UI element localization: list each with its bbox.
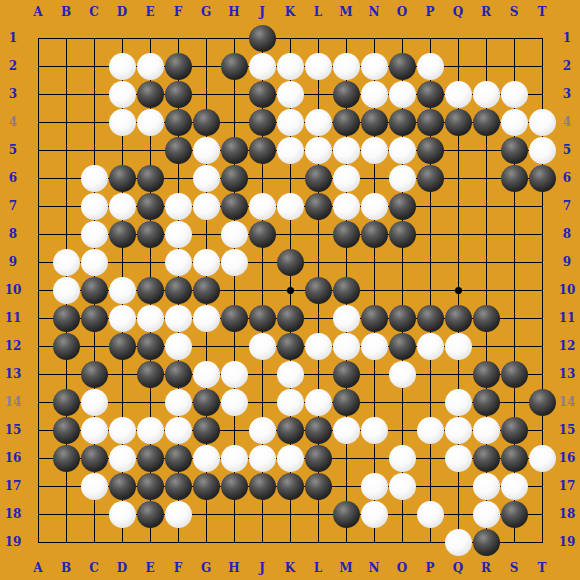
cell-L18[interactable] (304, 500, 332, 528)
cell-K2[interactable] (276, 52, 304, 80)
cell-A2[interactable] (24, 52, 52, 80)
cell-Q18[interactable] (444, 500, 472, 528)
cell-Q1[interactable] (444, 24, 472, 52)
cell-P10[interactable] (416, 276, 444, 304)
cell-L13[interactable] (304, 360, 332, 388)
cell-R9[interactable] (472, 248, 500, 276)
cell-H19[interactable] (220, 528, 248, 556)
cell-J17[interactable] (248, 472, 276, 500)
cell-C5[interactable] (80, 136, 108, 164)
cell-M18[interactable] (332, 500, 360, 528)
cell-B3[interactable] (52, 80, 80, 108)
cell-J19[interactable] (248, 528, 276, 556)
cell-Q17[interactable] (444, 472, 472, 500)
cell-T5[interactable] (528, 136, 556, 164)
cell-K4[interactable] (276, 108, 304, 136)
cell-S11[interactable] (500, 304, 528, 332)
cell-C2[interactable] (80, 52, 108, 80)
cell-D3[interactable] (108, 80, 136, 108)
cell-P5[interactable] (416, 136, 444, 164)
cell-R7[interactable] (472, 192, 500, 220)
cell-Q14[interactable] (444, 388, 472, 416)
cell-Q15[interactable] (444, 416, 472, 444)
cell-B19[interactable] (52, 528, 80, 556)
cell-C12[interactable] (80, 332, 108, 360)
cell-L14[interactable] (304, 388, 332, 416)
cell-J11[interactable] (248, 304, 276, 332)
cell-O6[interactable] (388, 164, 416, 192)
cell-A11[interactable] (24, 304, 52, 332)
cell-T7[interactable] (528, 192, 556, 220)
cell-S15[interactable] (500, 416, 528, 444)
cell-N9[interactable] (360, 248, 388, 276)
cell-R4[interactable] (472, 108, 500, 136)
cell-E5[interactable] (136, 136, 164, 164)
cell-D12[interactable] (108, 332, 136, 360)
cell-G13[interactable] (192, 360, 220, 388)
cell-M14[interactable] (332, 388, 360, 416)
cell-P7[interactable] (416, 192, 444, 220)
cell-O5[interactable] (388, 136, 416, 164)
cell-H8[interactable] (220, 220, 248, 248)
cell-O17[interactable] (388, 472, 416, 500)
cell-G10[interactable] (192, 276, 220, 304)
cell-N19[interactable] (360, 528, 388, 556)
cell-E14[interactable] (136, 388, 164, 416)
cell-R6[interactable] (472, 164, 500, 192)
cell-C18[interactable] (80, 500, 108, 528)
cell-J5[interactable] (248, 136, 276, 164)
cell-J9[interactable] (248, 248, 276, 276)
cell-S19[interactable] (500, 528, 528, 556)
cell-J3[interactable] (248, 80, 276, 108)
cell-F11[interactable] (164, 304, 192, 332)
cell-A6[interactable] (24, 164, 52, 192)
cell-C4[interactable] (80, 108, 108, 136)
cell-H17[interactable] (220, 472, 248, 500)
cell-O10[interactable] (388, 276, 416, 304)
cell-E17[interactable] (136, 472, 164, 500)
cell-M13[interactable] (332, 360, 360, 388)
cell-E18[interactable] (136, 500, 164, 528)
cell-P19[interactable] (416, 528, 444, 556)
cell-N4[interactable] (360, 108, 388, 136)
cell-M7[interactable] (332, 192, 360, 220)
cell-E9[interactable] (136, 248, 164, 276)
cell-Q6[interactable] (444, 164, 472, 192)
cell-A19[interactable] (24, 528, 52, 556)
cell-C6[interactable] (80, 164, 108, 192)
cell-J4[interactable] (248, 108, 276, 136)
cell-H11[interactable] (220, 304, 248, 332)
cell-K3[interactable] (276, 80, 304, 108)
cell-K13[interactable] (276, 360, 304, 388)
cell-L5[interactable] (304, 136, 332, 164)
cell-S9[interactable] (500, 248, 528, 276)
cell-M10[interactable] (332, 276, 360, 304)
cell-T1[interactable] (528, 24, 556, 52)
cell-G7[interactable] (192, 192, 220, 220)
cell-C15[interactable] (80, 416, 108, 444)
cell-S7[interactable] (500, 192, 528, 220)
cell-Q5[interactable] (444, 136, 472, 164)
cell-F19[interactable] (164, 528, 192, 556)
cell-T18[interactable] (528, 500, 556, 528)
cell-G16[interactable] (192, 444, 220, 472)
cell-T9[interactable] (528, 248, 556, 276)
cell-K10[interactable] (276, 276, 304, 304)
cell-J10[interactable] (248, 276, 276, 304)
cell-B17[interactable] (52, 472, 80, 500)
cell-P8[interactable] (416, 220, 444, 248)
cell-F1[interactable] (164, 24, 192, 52)
cell-J6[interactable] (248, 164, 276, 192)
cell-F8[interactable] (164, 220, 192, 248)
cell-P13[interactable] (416, 360, 444, 388)
cell-A7[interactable] (24, 192, 52, 220)
cell-T6[interactable] (528, 164, 556, 192)
cell-P6[interactable] (416, 164, 444, 192)
cell-J18[interactable] (248, 500, 276, 528)
cell-K5[interactable] (276, 136, 304, 164)
cell-O3[interactable] (388, 80, 416, 108)
cell-C13[interactable] (80, 360, 108, 388)
cell-T10[interactable] (528, 276, 556, 304)
cell-K17[interactable] (276, 472, 304, 500)
cell-R14[interactable] (472, 388, 500, 416)
cell-E8[interactable] (136, 220, 164, 248)
cell-C16[interactable] (80, 444, 108, 472)
cell-L4[interactable] (304, 108, 332, 136)
cell-O13[interactable] (388, 360, 416, 388)
cell-E4[interactable] (136, 108, 164, 136)
cell-F13[interactable] (164, 360, 192, 388)
cell-N1[interactable] (360, 24, 388, 52)
cell-S8[interactable] (500, 220, 528, 248)
cell-P17[interactable] (416, 472, 444, 500)
cell-K19[interactable] (276, 528, 304, 556)
cell-M16[interactable] (332, 444, 360, 472)
cell-R8[interactable] (472, 220, 500, 248)
cell-T12[interactable] (528, 332, 556, 360)
cell-G2[interactable] (192, 52, 220, 80)
cell-H18[interactable] (220, 500, 248, 528)
cell-R11[interactable] (472, 304, 500, 332)
cell-C17[interactable] (80, 472, 108, 500)
cell-T4[interactable] (528, 108, 556, 136)
cell-C14[interactable] (80, 388, 108, 416)
cell-B13[interactable] (52, 360, 80, 388)
cell-E13[interactable] (136, 360, 164, 388)
cell-E2[interactable] (136, 52, 164, 80)
cell-E11[interactable] (136, 304, 164, 332)
cell-L15[interactable] (304, 416, 332, 444)
cell-F15[interactable] (164, 416, 192, 444)
cell-G3[interactable] (192, 80, 220, 108)
cell-C7[interactable] (80, 192, 108, 220)
cell-T11[interactable] (528, 304, 556, 332)
cell-K6[interactable] (276, 164, 304, 192)
cell-O16[interactable] (388, 444, 416, 472)
cell-J16[interactable] (248, 444, 276, 472)
cell-F7[interactable] (164, 192, 192, 220)
cell-K14[interactable] (276, 388, 304, 416)
cell-L10[interactable] (304, 276, 332, 304)
cell-G19[interactable] (192, 528, 220, 556)
cell-F2[interactable] (164, 52, 192, 80)
cell-J1[interactable] (248, 24, 276, 52)
cell-P15[interactable] (416, 416, 444, 444)
cell-P9[interactable] (416, 248, 444, 276)
cell-T13[interactable] (528, 360, 556, 388)
cell-G18[interactable] (192, 500, 220, 528)
cell-M19[interactable] (332, 528, 360, 556)
cell-J15[interactable] (248, 416, 276, 444)
cell-T3[interactable] (528, 80, 556, 108)
cell-S14[interactable] (500, 388, 528, 416)
cell-Q7[interactable] (444, 192, 472, 220)
cell-P4[interactable] (416, 108, 444, 136)
cell-R18[interactable] (472, 500, 500, 528)
cell-R13[interactable] (472, 360, 500, 388)
cell-S16[interactable] (500, 444, 528, 472)
cell-D19[interactable] (108, 528, 136, 556)
cell-L1[interactable] (304, 24, 332, 52)
cell-A5[interactable] (24, 136, 52, 164)
cell-H14[interactable] (220, 388, 248, 416)
cell-O1[interactable] (388, 24, 416, 52)
cell-C3[interactable] (80, 80, 108, 108)
cell-J8[interactable] (248, 220, 276, 248)
cell-Q2[interactable] (444, 52, 472, 80)
cell-N3[interactable] (360, 80, 388, 108)
cell-K7[interactable] (276, 192, 304, 220)
cell-F16[interactable] (164, 444, 192, 472)
cell-E19[interactable] (136, 528, 164, 556)
cell-D17[interactable] (108, 472, 136, 500)
cell-D2[interactable] (108, 52, 136, 80)
cell-B8[interactable] (52, 220, 80, 248)
cell-D14[interactable] (108, 388, 136, 416)
cell-K8[interactable] (276, 220, 304, 248)
cell-Q8[interactable] (444, 220, 472, 248)
cell-N12[interactable] (360, 332, 388, 360)
cell-O2[interactable] (388, 52, 416, 80)
cell-K15[interactable] (276, 416, 304, 444)
cell-R1[interactable] (472, 24, 500, 52)
cell-P14[interactable] (416, 388, 444, 416)
cell-G15[interactable] (192, 416, 220, 444)
cell-K18[interactable] (276, 500, 304, 528)
cell-O7[interactable] (388, 192, 416, 220)
cell-A13[interactable] (24, 360, 52, 388)
cell-O4[interactable] (388, 108, 416, 136)
cell-A1[interactable] (24, 24, 52, 52)
cell-D7[interactable] (108, 192, 136, 220)
cell-S13[interactable] (500, 360, 528, 388)
cell-S6[interactable] (500, 164, 528, 192)
cell-L8[interactable] (304, 220, 332, 248)
cell-L2[interactable] (304, 52, 332, 80)
cell-E6[interactable] (136, 164, 164, 192)
cell-T19[interactable] (528, 528, 556, 556)
cell-A16[interactable] (24, 444, 52, 472)
cell-G8[interactable] (192, 220, 220, 248)
cell-N17[interactable] (360, 472, 388, 500)
cell-L12[interactable] (304, 332, 332, 360)
cell-M12[interactable] (332, 332, 360, 360)
cell-P12[interactable] (416, 332, 444, 360)
cell-F10[interactable] (164, 276, 192, 304)
cell-E1[interactable] (136, 24, 164, 52)
cell-O12[interactable] (388, 332, 416, 360)
cell-A14[interactable] (24, 388, 52, 416)
cell-N18[interactable] (360, 500, 388, 528)
cell-M6[interactable] (332, 164, 360, 192)
cell-P1[interactable] (416, 24, 444, 52)
cell-D16[interactable] (108, 444, 136, 472)
cell-G5[interactable] (192, 136, 220, 164)
cell-T17[interactable] (528, 472, 556, 500)
cell-A9[interactable] (24, 248, 52, 276)
cell-R2[interactable] (472, 52, 500, 80)
cell-P2[interactable] (416, 52, 444, 80)
cell-R15[interactable] (472, 416, 500, 444)
cell-A15[interactable] (24, 416, 52, 444)
cell-H12[interactable] (220, 332, 248, 360)
cell-M15[interactable] (332, 416, 360, 444)
cell-M9[interactable] (332, 248, 360, 276)
cell-G14[interactable] (192, 388, 220, 416)
cell-M8[interactable] (332, 220, 360, 248)
cell-B11[interactable] (52, 304, 80, 332)
cell-H6[interactable] (220, 164, 248, 192)
cell-K9[interactable] (276, 248, 304, 276)
cell-C11[interactable] (80, 304, 108, 332)
cell-A4[interactable] (24, 108, 52, 136)
cell-B1[interactable] (52, 24, 80, 52)
cell-Q3[interactable] (444, 80, 472, 108)
cell-Q11[interactable] (444, 304, 472, 332)
cell-L19[interactable] (304, 528, 332, 556)
cell-O19[interactable] (388, 528, 416, 556)
cell-G17[interactable] (192, 472, 220, 500)
cell-T14[interactable] (528, 388, 556, 416)
cell-G12[interactable] (192, 332, 220, 360)
cell-D1[interactable] (108, 24, 136, 52)
cell-B4[interactable] (52, 108, 80, 136)
cell-S12[interactable] (500, 332, 528, 360)
cell-K16[interactable] (276, 444, 304, 472)
cell-R19[interactable] (472, 528, 500, 556)
cell-T8[interactable] (528, 220, 556, 248)
cell-P18[interactable] (416, 500, 444, 528)
cell-B6[interactable] (52, 164, 80, 192)
cell-A3[interactable] (24, 80, 52, 108)
cell-T2[interactable] (528, 52, 556, 80)
cell-C1[interactable] (80, 24, 108, 52)
cell-B16[interactable] (52, 444, 80, 472)
cell-F3[interactable] (164, 80, 192, 108)
cell-O15[interactable] (388, 416, 416, 444)
cell-Q4[interactable] (444, 108, 472, 136)
cell-F5[interactable] (164, 136, 192, 164)
cell-H10[interactable] (220, 276, 248, 304)
cell-J13[interactable] (248, 360, 276, 388)
cell-L16[interactable] (304, 444, 332, 472)
cell-D13[interactable] (108, 360, 136, 388)
cell-Q19[interactable] (444, 528, 472, 556)
cell-A17[interactable] (24, 472, 52, 500)
cell-M5[interactable] (332, 136, 360, 164)
cell-Q16[interactable] (444, 444, 472, 472)
cell-A18[interactable] (24, 500, 52, 528)
cell-O14[interactable] (388, 388, 416, 416)
cell-C8[interactable] (80, 220, 108, 248)
cell-S5[interactable] (500, 136, 528, 164)
cell-E12[interactable] (136, 332, 164, 360)
cell-S17[interactable] (500, 472, 528, 500)
cell-B18[interactable] (52, 500, 80, 528)
cell-F6[interactable] (164, 164, 192, 192)
cell-G1[interactable] (192, 24, 220, 52)
cell-G11[interactable] (192, 304, 220, 332)
cell-F14[interactable] (164, 388, 192, 416)
cell-E10[interactable] (136, 276, 164, 304)
cell-F17[interactable] (164, 472, 192, 500)
cell-S10[interactable] (500, 276, 528, 304)
cell-R3[interactable] (472, 80, 500, 108)
cell-T16[interactable] (528, 444, 556, 472)
cell-L7[interactable] (304, 192, 332, 220)
cell-N13[interactable] (360, 360, 388, 388)
cell-M1[interactable] (332, 24, 360, 52)
cell-S1[interactable] (500, 24, 528, 52)
cell-D11[interactable] (108, 304, 136, 332)
cell-H16[interactable] (220, 444, 248, 472)
cell-H2[interactable] (220, 52, 248, 80)
cell-N15[interactable] (360, 416, 388, 444)
cell-D5[interactable] (108, 136, 136, 164)
cell-P16[interactable] (416, 444, 444, 472)
cell-B5[interactable] (52, 136, 80, 164)
cell-G4[interactable] (192, 108, 220, 136)
cell-E16[interactable] (136, 444, 164, 472)
cell-S18[interactable] (500, 500, 528, 528)
cell-T15[interactable] (528, 416, 556, 444)
cell-N8[interactable] (360, 220, 388, 248)
cell-H5[interactable] (220, 136, 248, 164)
cell-C9[interactable] (80, 248, 108, 276)
cell-E15[interactable] (136, 416, 164, 444)
cell-B7[interactable] (52, 192, 80, 220)
cell-J7[interactable] (248, 192, 276, 220)
cell-E3[interactable] (136, 80, 164, 108)
cell-O18[interactable] (388, 500, 416, 528)
cell-O8[interactable] (388, 220, 416, 248)
cell-G6[interactable] (192, 164, 220, 192)
cell-N10[interactable] (360, 276, 388, 304)
cell-D4[interactable] (108, 108, 136, 136)
cell-R16[interactable] (472, 444, 500, 472)
cell-N6[interactable] (360, 164, 388, 192)
cell-S4[interactable] (500, 108, 528, 136)
cell-D8[interactable] (108, 220, 136, 248)
cell-B15[interactable] (52, 416, 80, 444)
cell-F18[interactable] (164, 500, 192, 528)
cell-D15[interactable] (108, 416, 136, 444)
cell-D10[interactable] (108, 276, 136, 304)
